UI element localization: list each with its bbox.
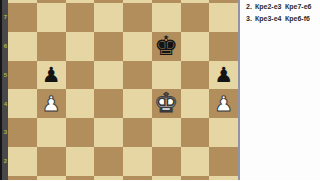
square-d3[interactable]: [94, 118, 123, 147]
black-move-text[interactable]: Кре7-е6: [285, 3, 311, 10]
square-b3[interactable]: [37, 118, 66, 147]
square-e5[interactable]: [123, 61, 152, 90]
square-d5[interactable]: [94, 61, 123, 90]
square-b7[interactable]: [37, 3, 66, 32]
square-f3[interactable]: [152, 118, 181, 147]
move-row-3[interactable]: 3.Кре3-е4Кре6-f6: [246, 15, 310, 22]
chess-app-frame: 87654321 ♚♟♟♟♚♟ 2.Кре2-е3Кре7-е6 3.Кре3-…: [0, 0, 320, 180]
square-d7[interactable]: [94, 3, 123, 32]
square-d4[interactable]: [94, 89, 123, 118]
square-f1[interactable]: [152, 176, 181, 181]
rank-label-strip: 87654321: [0, 0, 8, 180]
square-c6[interactable]: [66, 32, 95, 61]
black-move-text[interactable]: Кре6-f6: [285, 15, 310, 22]
square-d2[interactable]: [94, 147, 123, 176]
square-f4[interactable]: ♚: [152, 89, 181, 118]
move-number: 3.: [246, 15, 255, 22]
square-a3[interactable]: [8, 118, 37, 147]
square-a5[interactable]: [8, 61, 37, 90]
square-e7[interactable]: [123, 3, 152, 32]
square-e1[interactable]: [123, 176, 152, 181]
white-pawn[interactable]: ♟: [42, 93, 61, 114]
square-b2[interactable]: [37, 147, 66, 176]
rank-label-5: 5: [2, 71, 8, 79]
square-a1[interactable]: [8, 176, 37, 181]
square-f7[interactable]: [152, 3, 181, 32]
square-c4[interactable]: [66, 89, 95, 118]
chess-board[interactable]: ♚♟♟♟♚♟: [8, 0, 238, 180]
square-f5[interactable]: [152, 61, 181, 90]
square-b4[interactable]: ♟: [37, 89, 66, 118]
square-g1[interactable]: [181, 176, 210, 181]
square-e4[interactable]: [123, 89, 152, 118]
square-h1[interactable]: [209, 176, 238, 181]
square-h5[interactable]: ♟: [209, 61, 238, 90]
board-grid: ♚♟♟♟♚♟: [8, 0, 238, 180]
square-h7[interactable]: [209, 3, 238, 32]
square-c5[interactable]: [66, 61, 95, 90]
square-h3[interactable]: [209, 118, 238, 147]
square-g3[interactable]: [181, 118, 210, 147]
white-move-text[interactable]: Кре2-е3: [255, 3, 285, 10]
square-c1[interactable]: [66, 176, 95, 181]
black-king[interactable]: ♚: [154, 33, 178, 60]
square-b5[interactable]: ♟: [37, 61, 66, 90]
rank-label-7: 7: [2, 13, 8, 21]
square-a7[interactable]: [8, 3, 37, 32]
square-g4[interactable]: [181, 89, 210, 118]
white-king[interactable]: ♚: [154, 90, 178, 117]
square-c2[interactable]: [66, 147, 95, 176]
square-h6[interactable]: [209, 32, 238, 61]
square-d1[interactable]: [94, 176, 123, 181]
rank-label-6: 6: [2, 42, 8, 50]
square-a2[interactable]: [8, 147, 37, 176]
square-f6[interactable]: ♚: [152, 32, 181, 61]
square-e3[interactable]: [123, 118, 152, 147]
rank-label-3: 3: [2, 128, 8, 136]
square-g6[interactable]: [181, 32, 210, 61]
move-list-panel: 2.Кре2-е3Кре7-е6 3.Кре3-е4Кре6-f6: [240, 0, 320, 180]
square-h2[interactable]: [209, 147, 238, 176]
square-c3[interactable]: [66, 118, 95, 147]
move-number: 2.: [246, 3, 255, 10]
move-row-2[interactable]: 2.Кре2-е3Кре7-е6: [246, 3, 311, 10]
square-g5[interactable]: [181, 61, 210, 90]
square-a6[interactable]: [8, 32, 37, 61]
square-f2[interactable]: [152, 147, 181, 176]
square-g2[interactable]: [181, 147, 210, 176]
square-h4[interactable]: ♟: [209, 89, 238, 118]
square-d6[interactable]: [94, 32, 123, 61]
white-pawn[interactable]: ♟: [214, 93, 233, 114]
square-e6[interactable]: [123, 32, 152, 61]
black-pawn[interactable]: ♟: [42, 64, 61, 85]
square-a4[interactable]: [8, 89, 37, 118]
square-b1[interactable]: [37, 176, 66, 181]
square-b6[interactable]: [37, 32, 66, 61]
rank-label-4: 4: [2, 100, 8, 108]
white-move-text[interactable]: Кре3-е4: [255, 15, 285, 22]
black-pawn[interactable]: ♟: [214, 64, 233, 85]
square-c7[interactable]: [66, 3, 95, 32]
square-g7[interactable]: [181, 3, 210, 32]
rank-label-2: 2: [2, 157, 8, 165]
square-e2[interactable]: [123, 147, 152, 176]
